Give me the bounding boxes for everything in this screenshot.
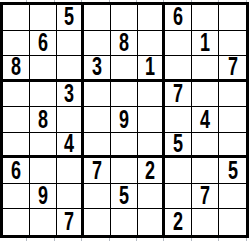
cell-r5c5[interactable]: 9 xyxy=(111,107,138,133)
cell-r9c6[interactable] xyxy=(138,209,165,235)
cell-r6c6[interactable] xyxy=(138,133,165,159)
cell-r6c8[interactable] xyxy=(192,133,219,159)
given-digit: 6 xyxy=(11,158,21,183)
cell-r6c2[interactable] xyxy=(30,133,57,159)
given-digit: 3 xyxy=(64,82,74,107)
cell-r2c1[interactable] xyxy=(3,31,30,57)
cell-r9c8[interactable] xyxy=(192,209,219,235)
cell-r9c1[interactable] xyxy=(3,209,30,235)
cell-r8c6[interactable] xyxy=(138,184,165,210)
cell-r5c3[interactable] xyxy=(57,107,84,133)
cell-r8c8[interactable]: 7 xyxy=(192,184,219,210)
cell-r7c6[interactable]: 2 xyxy=(138,158,165,184)
given-digit: 2 xyxy=(145,158,155,183)
given-digit: 8 xyxy=(119,31,129,56)
cell-r3c8[interactable] xyxy=(192,56,219,82)
cell-r6c5[interactable] xyxy=(111,133,138,159)
cell-r2c3[interactable] xyxy=(57,31,84,57)
cell-r4c2[interactable] xyxy=(30,82,57,108)
cell-r4c9[interactable] xyxy=(219,82,246,108)
cell-r8c4[interactable] xyxy=(84,184,111,210)
given-digit: 7 xyxy=(200,184,210,209)
cell-r4c1[interactable] xyxy=(3,82,30,108)
cell-r7c9[interactable]: 5 xyxy=(219,158,246,184)
cell-r8c9[interactable] xyxy=(219,184,246,210)
cell-r8c1[interactable] xyxy=(3,184,30,210)
cell-r4c5[interactable] xyxy=(111,82,138,108)
cell-r4c4[interactable] xyxy=(84,82,111,108)
cell-r4c3[interactable]: 3 xyxy=(57,82,84,108)
cell-r2c4[interactable] xyxy=(84,31,111,57)
given-digit: 6 xyxy=(38,31,48,56)
cell-r3c9[interactable]: 7 xyxy=(219,56,246,82)
cell-r3c3[interactable] xyxy=(57,56,84,82)
cell-r6c4[interactable] xyxy=(84,133,111,159)
given-digit: 6 xyxy=(173,5,183,30)
given-digit: 7 xyxy=(92,158,102,183)
cell-r5c9[interactable] xyxy=(219,107,246,133)
cell-r8c2[interactable]: 9 xyxy=(30,184,57,210)
cell-r5c8[interactable]: 4 xyxy=(192,107,219,133)
given-digit: 5 xyxy=(173,133,183,157)
cell-r9c7[interactable]: 2 xyxy=(165,209,192,235)
cell-r1c6[interactable] xyxy=(138,5,165,31)
cell-r3c6[interactable]: 1 xyxy=(138,56,165,82)
given-digit: 4 xyxy=(64,133,74,157)
cell-r1c5[interactable] xyxy=(111,5,138,31)
cell-r9c4[interactable] xyxy=(84,209,111,235)
given-digit: 9 xyxy=(38,184,48,209)
cell-r3c4[interactable]: 3 xyxy=(84,56,111,82)
cell-r1c8[interactable] xyxy=(192,5,219,31)
cell-r5c7[interactable] xyxy=(165,107,192,133)
cell-r6c1[interactable] xyxy=(3,133,30,159)
cell-r2c8[interactable]: 1 xyxy=(192,31,219,57)
given-digit: 3 xyxy=(92,56,102,80)
cell-r1c4[interactable] xyxy=(84,5,111,31)
cell-r1c3[interactable]: 5 xyxy=(57,5,84,31)
given-digit: 5 xyxy=(64,5,74,30)
cell-r7c2[interactable] xyxy=(30,158,57,184)
cell-r7c4[interactable]: 7 xyxy=(84,158,111,184)
cell-r2c6[interactable] xyxy=(138,31,165,57)
cell-r8c3[interactable] xyxy=(57,184,84,210)
cell-r9c9[interactable] xyxy=(219,209,246,235)
cell-r2c7[interactable] xyxy=(165,31,192,57)
given-digit: 8 xyxy=(38,107,48,132)
cell-r7c7[interactable] xyxy=(165,158,192,184)
given-digit: 5 xyxy=(227,158,237,183)
cell-r6c9[interactable] xyxy=(219,133,246,159)
cell-r2c5[interactable]: 8 xyxy=(111,31,138,57)
given-digit: 9 xyxy=(119,107,129,132)
sudoku-board: 5668183173789445672595772 xyxy=(0,2,249,238)
cell-r6c3[interactable]: 4 xyxy=(57,133,84,159)
cell-r7c3[interactable] xyxy=(57,158,84,184)
cell-r4c8[interactable] xyxy=(192,82,219,108)
cell-r2c2[interactable]: 6 xyxy=(30,31,57,57)
given-digit: 1 xyxy=(145,56,155,80)
cell-r3c5[interactable] xyxy=(111,56,138,82)
cell-r7c8[interactable] xyxy=(192,158,219,184)
cell-r1c7[interactable]: 6 xyxy=(165,5,192,31)
cell-r4c6[interactable] xyxy=(138,82,165,108)
given-digit: 1 xyxy=(200,31,210,56)
cell-r3c2[interactable] xyxy=(30,56,57,82)
given-digit: 8 xyxy=(11,56,21,80)
given-digit: 2 xyxy=(173,209,183,235)
given-digit: 7 xyxy=(173,82,183,107)
given-digit: 7 xyxy=(227,56,237,80)
cell-r2c9[interactable] xyxy=(219,31,246,57)
given-digit: 5 xyxy=(119,184,129,209)
cell-r5c4[interactable] xyxy=(84,107,111,133)
cell-r3c7[interactable] xyxy=(165,56,192,82)
cell-r4c7[interactable]: 7 xyxy=(165,82,192,108)
cell-r9c3[interactable]: 7 xyxy=(57,209,84,235)
cell-r1c1[interactable] xyxy=(3,5,30,31)
cell-r5c6[interactable] xyxy=(138,107,165,133)
cell-r1c2[interactable] xyxy=(30,5,57,31)
cell-r9c2[interactable] xyxy=(30,209,57,235)
cell-r5c2[interactable]: 8 xyxy=(30,107,57,133)
cell-r7c1[interactable]: 6 xyxy=(3,158,30,184)
cell-r5c1[interactable] xyxy=(3,107,30,133)
cell-r7c5[interactable] xyxy=(111,158,138,184)
cell-r9c5[interactable] xyxy=(111,209,138,235)
cell-r8c5[interactable]: 5 xyxy=(111,184,138,210)
sudoku-page: 5668183173789445672595772 xyxy=(0,0,249,241)
given-digit: 7 xyxy=(64,209,74,235)
cell-r6c7[interactable]: 5 xyxy=(165,133,192,159)
cell-r8c7[interactable] xyxy=(165,184,192,210)
cell-r1c9[interactable] xyxy=(219,5,246,31)
cell-r3c1[interactable]: 8 xyxy=(3,56,30,82)
given-digit: 4 xyxy=(200,107,210,132)
